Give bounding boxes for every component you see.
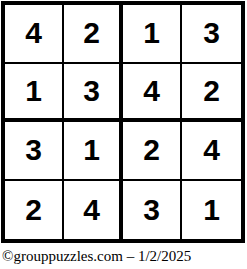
- cell-r1c1: 4: [5, 5, 64, 64]
- cell-r1c2: 2: [64, 5, 123, 64]
- credit-line: ©grouppuzzles.com – 1/2/2025: [2, 248, 247, 265]
- cell-r1c4: 3: [182, 5, 241, 64]
- cell-r3c3: 2: [123, 122, 182, 181]
- sudoku-board: 4 2 1 3 1 3 4 2 3 1 2 4 2 4 3 1: [1, 1, 245, 243]
- cell-r1c3: 1: [123, 5, 182, 64]
- cell-r4c1: 2: [5, 181, 64, 240]
- cell-r2c1: 1: [5, 64, 64, 123]
- cell-r2c2: 3: [64, 64, 123, 123]
- cell-r3c2: 1: [64, 122, 123, 181]
- cell-r3c4: 4: [182, 122, 241, 181]
- cell-r4c2: 4: [64, 181, 123, 240]
- cell-r4c4: 1: [182, 181, 241, 240]
- cell-r2c4: 2: [182, 64, 241, 123]
- cell-r2c3: 4: [123, 64, 182, 123]
- cell-r4c3: 3: [123, 181, 182, 240]
- cell-r3c1: 3: [5, 122, 64, 181]
